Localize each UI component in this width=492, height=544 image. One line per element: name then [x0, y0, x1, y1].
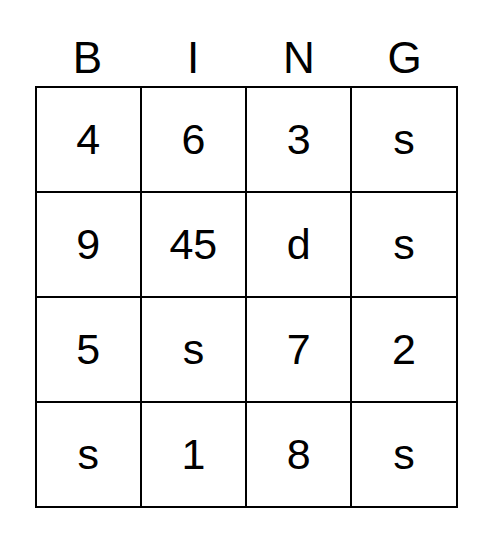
bingo-cell-r1c3[interactable]: 3 — [247, 88, 350, 191]
header-letter-n: N — [246, 34, 352, 82]
bingo-cell-r4c3[interactable]: 8 — [247, 403, 350, 506]
bingo-cell-r4c2[interactable]: 1 — [142, 403, 245, 506]
bingo-cell-r1c4[interactable]: s — [352, 88, 455, 191]
bingo-cell-r1c1[interactable]: 4 — [37, 88, 140, 191]
header-letter-g: G — [352, 34, 458, 82]
header-letter-i: I — [140, 34, 246, 82]
bingo-header: B I N G — [35, 0, 458, 86]
bingo-card: B I N G 4 6 3 s 9 45 d s 5 s 7 2 s 1 8 s — [35, 0, 458, 508]
header-letter-b: B — [35, 34, 141, 82]
bingo-cell-r3c2[interactable]: s — [142, 298, 245, 401]
bingo-cell-r2c2[interactable]: 45 — [142, 193, 245, 296]
bingo-cell-r2c1[interactable]: 9 — [37, 193, 140, 296]
bingo-cell-r2c3[interactable]: d — [247, 193, 350, 296]
bingo-cell-r3c1[interactable]: 5 — [37, 298, 140, 401]
bingo-cell-r2c4[interactable]: s — [352, 193, 455, 296]
bingo-cell-r1c2[interactable]: 6 — [142, 88, 245, 191]
bingo-cell-r4c1[interactable]: s — [37, 403, 140, 506]
bingo-cell-r4c4[interactable]: s — [352, 403, 455, 506]
bingo-cell-r3c4[interactable]: 2 — [352, 298, 455, 401]
bingo-board: 4 6 3 s 9 45 d s 5 s 7 2 s 1 8 s — [35, 86, 458, 508]
bingo-cell-r3c3[interactable]: 7 — [247, 298, 350, 401]
